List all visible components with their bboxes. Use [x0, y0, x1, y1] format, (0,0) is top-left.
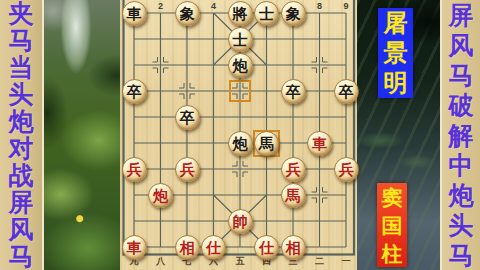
piece-glyph: 兵	[339, 161, 354, 176]
right-caption-char: 解	[449, 123, 474, 148]
piece-red-rook[interactable]: 車	[307, 131, 332, 156]
piece-red-general[interactable]: 帥	[228, 209, 253, 234]
piece-glyph: 象	[286, 5, 301, 20]
right-caption-char: 破	[449, 93, 474, 118]
piece-red-pawn[interactable]: 兵	[281, 157, 306, 182]
piece-glyph: 炮	[233, 135, 248, 150]
player-bottom-name-char: 窦	[382, 187, 403, 208]
player-bottom-name-char: 国	[382, 215, 403, 236]
foliage-photo: 屠景明 窦国柱	[357, 0, 440, 270]
right-caption-char: 头	[449, 213, 474, 238]
piece-glyph: 相	[180, 239, 195, 254]
left-caption-char: 屏	[9, 190, 34, 215]
piece-glyph: 車	[127, 239, 142, 254]
piece-glyph: 車	[127, 5, 142, 20]
file-label-bottom: 五	[233, 255, 247, 268]
piece-red-elephant[interactable]: 相	[175, 235, 200, 260]
piece-glyph: 馬	[286, 187, 301, 202]
file-label-top: 9	[339, 1, 353, 11]
piece-black-elephant[interactable]: 象	[175, 1, 200, 26]
piece-black-cannon[interactable]: 炮	[228, 53, 253, 78]
right-caption-char: 炮	[449, 183, 474, 208]
piece-black-pawn[interactable]: 卒	[122, 79, 147, 104]
file-label-top: 4	[207, 1, 221, 11]
piece-red-advisor[interactable]: 仕	[201, 235, 226, 260]
player-top-name-tag: 屠景明	[378, 8, 413, 98]
piece-black-advisor[interactable]: 士	[254, 1, 279, 26]
player-bottom-name-char: 柱	[382, 243, 403, 264]
piece-red-pawn[interactable]: 兵	[334, 157, 359, 182]
piece-glyph: 象	[180, 5, 195, 20]
left-caption-panel: 夹马当头炮对战屏风马	[0, 0, 44, 270]
player-bottom-name-tag: 窦国柱	[377, 183, 407, 267]
piece-black-rook[interactable]: 車	[122, 1, 147, 26]
piece-glyph: 卒	[180, 109, 195, 124]
piece-black-pawn[interactable]: 卒	[281, 79, 306, 104]
piece-glyph: 炮	[153, 187, 168, 202]
piece-black-pawn[interactable]: 卒	[334, 79, 359, 104]
player-top-name-char: 明	[384, 71, 408, 95]
right-caption-char: 马	[449, 243, 474, 268]
piece-glyph: 仕	[259, 239, 274, 254]
piece-glyph: 將	[233, 5, 248, 20]
piece-glyph: 相	[286, 239, 301, 254]
file-label-bottom: 二	[313, 255, 327, 268]
player-top-name-char: 景	[384, 41, 408, 65]
right-caption-panel: 屏风马破解中炮头马	[440, 0, 480, 270]
piece-red-pawn[interactable]: 兵	[122, 157, 147, 182]
left-caption-char: 马	[9, 244, 34, 269]
piece-black-cannon[interactable]: 炮	[228, 131, 253, 156]
file-label-bottom: 八	[154, 255, 168, 268]
piece-red-rook[interactable]: 車	[122, 235, 147, 260]
left-caption-char: 战	[9, 163, 34, 188]
file-label-top: 2	[154, 1, 168, 11]
piece-glyph: 卒	[339, 83, 354, 98]
piece-glyph: 帥	[233, 213, 248, 228]
right-caption-char: 中	[449, 153, 474, 178]
piece-black-horse[interactable]: 馬	[254, 131, 279, 156]
piece-glyph: 卒	[286, 83, 301, 98]
piece-glyph: 車	[312, 135, 327, 150]
moss-waterfall-photo	[44, 0, 120, 270]
piece-red-horse[interactable]: 馬	[281, 183, 306, 208]
piece-glyph: 馬	[259, 135, 274, 150]
left-caption-char: 当	[9, 55, 34, 80]
piece-glyph: 仕	[206, 239, 221, 254]
right-caption-char: 马	[449, 63, 474, 88]
piece-glyph: 兵	[286, 161, 301, 176]
piece-glyph: 炮	[233, 57, 248, 72]
piece-glyph: 士	[259, 5, 274, 20]
piece-red-advisor[interactable]: 仕	[254, 235, 279, 260]
file-label-bottom: 一	[339, 255, 353, 268]
left-caption-char: 夹	[9, 1, 34, 26]
piece-glyph: 士	[233, 31, 248, 46]
piece-glyph: 兵	[180, 161, 195, 176]
piece-red-pawn[interactable]: 兵	[175, 157, 200, 182]
piece-black-general[interactable]: 將	[228, 1, 253, 26]
right-caption-char: 风	[449, 33, 474, 58]
right-caption-char: 屏	[449, 3, 474, 28]
left-caption-char: 马	[9, 28, 34, 53]
left-caption-char: 风	[9, 217, 34, 242]
piece-glyph: 兵	[127, 161, 142, 176]
screenshot-stage: 夹马当头炮对战屏风马 123456789九八七六五四三二一車象將士象士炮卒卒卒卒…	[0, 0, 480, 270]
piece-black-pawn[interactable]: 卒	[175, 105, 200, 130]
left-caption-char: 炮	[9, 109, 34, 134]
piece-glyph: 卒	[127, 83, 142, 98]
last-move-origin-marker	[229, 80, 251, 102]
piece-black-advisor[interactable]: 士	[228, 27, 253, 52]
piece-red-cannon[interactable]: 炮	[148, 183, 173, 208]
piece-red-elephant[interactable]: 相	[281, 235, 306, 260]
piece-black-elephant[interactable]: 象	[281, 1, 306, 26]
left-caption-char: 头	[9, 82, 34, 107]
left-caption-char: 对	[9, 136, 34, 161]
xiangqi-board[interactable]: 123456789九八七六五四三二一車象將士象士炮卒卒卒卒炮馬車兵兵兵兵炮馬帥車…	[120, 0, 357, 270]
file-label-top: 8	[313, 1, 327, 11]
player-top-name-char: 屠	[384, 11, 408, 35]
